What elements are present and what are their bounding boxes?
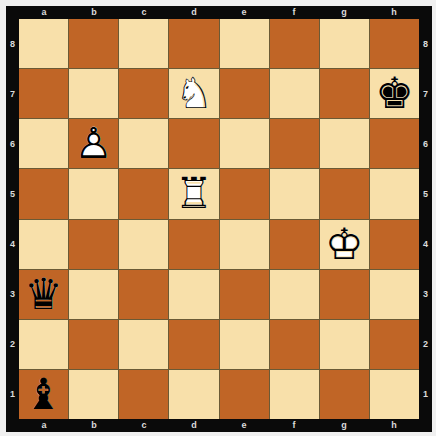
square-f5[interactable]	[270, 169, 319, 218]
rank-label-5: 5	[6, 169, 19, 219]
rank-label-3: 3	[419, 269, 432, 319]
rank-labels-right: 87654321	[419, 19, 432, 419]
file-label-c: c	[119, 419, 169, 432]
rank-label-7: 7	[419, 69, 432, 119]
square-g1[interactable]	[320, 370, 369, 419]
rank-label-2: 2	[419, 319, 432, 369]
square-f1[interactable]	[270, 370, 319, 419]
square-h5[interactable]	[370, 169, 419, 218]
rank-label-4: 4	[6, 219, 19, 269]
square-e5[interactable]	[220, 169, 269, 218]
rank-label-4: 4	[419, 219, 432, 269]
square-c2[interactable]	[119, 320, 168, 369]
square-a1[interactable]: ♗♝	[19, 370, 68, 419]
file-label-e: e	[219, 6, 269, 19]
square-a4[interactable]	[19, 220, 68, 269]
square-a8[interactable]	[19, 19, 68, 68]
square-d1[interactable]	[169, 370, 218, 419]
file-label-g: g	[319, 419, 369, 432]
square-d5[interactable]: ♜♖	[169, 169, 218, 218]
white-king-glyph: ♔	[325, 220, 364, 269]
square-e4[interactable]	[220, 220, 269, 269]
file-label-a: a	[19, 6, 69, 19]
square-b3[interactable]	[69, 270, 118, 319]
square-c7[interactable]	[119, 69, 168, 118]
square-d6[interactable]	[169, 119, 218, 168]
square-c3[interactable]	[119, 270, 168, 319]
square-b8[interactable]	[69, 19, 118, 68]
square-f6[interactable]	[270, 119, 319, 168]
rank-label-1: 1	[419, 369, 432, 419]
square-d2[interactable]	[169, 320, 218, 369]
square-d3[interactable]	[169, 270, 218, 319]
white-knight[interactable]: ♞♘	[169, 69, 218, 118]
square-e3[interactable]	[220, 270, 269, 319]
square-d8[interactable]	[169, 19, 218, 68]
square-h3[interactable]	[370, 270, 419, 319]
file-label-f: f	[269, 6, 319, 19]
file-label-h: h	[369, 419, 419, 432]
white-knight-glyph: ♘	[175, 69, 214, 118]
square-b1[interactable]	[69, 370, 118, 419]
square-b5[interactable]	[69, 169, 118, 218]
rank-label-6: 6	[6, 119, 19, 169]
black-bishop-glyph: ♝	[24, 370, 63, 419]
square-e8[interactable]	[220, 19, 269, 68]
square-h1[interactable]	[370, 370, 419, 419]
square-h7[interactable]: ♔♚	[370, 69, 419, 118]
square-e7[interactable]	[220, 69, 269, 118]
square-c6[interactable]	[119, 119, 168, 168]
square-f3[interactable]	[270, 270, 319, 319]
white-pawn-glyph: ♙	[74, 119, 113, 168]
square-h2[interactable]	[370, 320, 419, 369]
file-label-d: d	[169, 419, 219, 432]
rank-label-8: 8	[419, 19, 432, 69]
file-label-e: e	[219, 419, 269, 432]
square-g3[interactable]	[320, 270, 369, 319]
rank-label-3: 3	[6, 269, 19, 319]
rank-label-8: 8	[6, 19, 19, 69]
black-king-glyph: ♚	[375, 69, 414, 118]
square-a5[interactable]	[19, 169, 68, 218]
square-g7[interactable]	[320, 69, 369, 118]
black-queen[interactable]: ♕♛	[19, 270, 68, 319]
square-g5[interactable]	[320, 169, 369, 218]
square-b6[interactable]: ♟♙	[69, 119, 118, 168]
rank-label-2: 2	[6, 319, 19, 369]
square-b2[interactable]	[69, 320, 118, 369]
board-frame: abcdefgh abcdefgh 87654321 87654321 ♞♘♔♚…	[6, 6, 432, 432]
square-g6[interactable]	[320, 119, 369, 168]
black-bishop[interactable]: ♗♝	[19, 370, 68, 419]
square-d4[interactable]	[169, 220, 218, 269]
square-c8[interactable]	[119, 19, 168, 68]
square-g2[interactable]	[320, 320, 369, 369]
square-f2[interactable]	[270, 320, 319, 369]
square-f7[interactable]	[270, 69, 319, 118]
square-f8[interactable]	[270, 19, 319, 68]
square-b4[interactable]	[69, 220, 118, 269]
rank-labels-left: 87654321	[6, 19, 19, 419]
file-label-b: b	[69, 6, 119, 19]
square-a3[interactable]: ♕♛	[19, 270, 68, 319]
square-c4[interactable]	[119, 220, 168, 269]
square-a2[interactable]	[19, 320, 68, 369]
square-h4[interactable]	[370, 220, 419, 269]
white-rook[interactable]: ♜♖	[169, 169, 218, 218]
white-rook-glyph: ♖	[175, 169, 214, 218]
square-h6[interactable]	[370, 119, 419, 168]
square-c1[interactable]	[119, 370, 168, 419]
square-f4[interactable]	[270, 220, 319, 269]
file-label-f: f	[269, 419, 319, 432]
square-c5[interactable]	[119, 169, 168, 218]
file-labels-top: abcdefgh	[19, 6, 419, 19]
rank-label-6: 6	[419, 119, 432, 169]
square-e6[interactable]	[220, 119, 269, 168]
square-d7[interactable]: ♞♘	[169, 69, 218, 118]
file-label-c: c	[119, 6, 169, 19]
square-h8[interactable]	[370, 19, 419, 68]
file-label-b: b	[69, 419, 119, 432]
file-label-h: h	[369, 6, 419, 19]
file-label-a: a	[19, 419, 69, 432]
square-b7[interactable]	[69, 69, 118, 118]
black-queen-glyph: ♛	[24, 270, 63, 319]
square-g8[interactable]	[320, 19, 369, 68]
file-label-d: d	[169, 6, 219, 19]
square-g4[interactable]: ♚♔	[320, 220, 369, 269]
file-labels-bottom: abcdefgh	[19, 419, 419, 432]
rank-label-1: 1	[6, 369, 19, 419]
white-pawn[interactable]: ♟♙	[69, 119, 118, 168]
white-king[interactable]: ♚♔	[320, 220, 369, 269]
black-king[interactable]: ♔♚	[370, 69, 419, 118]
square-e1[interactable]	[220, 370, 269, 419]
rank-label-5: 5	[419, 169, 432, 219]
rank-label-7: 7	[6, 69, 19, 119]
file-label-g: g	[319, 6, 369, 19]
square-a6[interactable]	[19, 119, 68, 168]
square-a7[interactable]	[19, 69, 68, 118]
square-e2[interactable]	[220, 320, 269, 369]
chess-board: ♞♘♔♚♟♙♜♖♚♔♕♛♗♝	[19, 19, 419, 419]
